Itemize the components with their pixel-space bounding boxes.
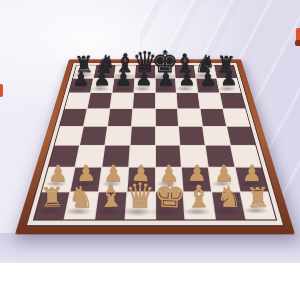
piece-white-rook[interactable]: ♜ xyxy=(246,185,270,212)
photo-scene: ♜♞♝♛♚♝♞♜♟♟♟♟♟♟♟♟♟♟♟♟♟♟♟♟♜♞♝♛♚♝♞♜ xyxy=(0,0,300,300)
pieces-layer: ♜♞♝♛♚♝♞♜♟♟♟♟♟♟♟♟♟♟♟♟♟♟♟♟♜♞♝♛♚♝♞♜ xyxy=(0,0,300,300)
king-glyph: ♚ xyxy=(153,176,187,213)
bishop-glyph: ♝ xyxy=(185,182,213,213)
piece-black-pawn[interactable]: ♟ xyxy=(220,69,238,89)
piece-white-knight[interactable]: ♞ xyxy=(68,183,94,212)
piece-white-bishop[interactable]: ♝ xyxy=(97,182,124,212)
pawn-glyph: ♟ xyxy=(178,69,196,89)
piece-black-pawn[interactable]: ♟ xyxy=(114,69,132,89)
piece-white-bishop[interactable]: ♝ xyxy=(186,182,213,212)
knight-glyph: ♞ xyxy=(216,182,243,212)
piece-white-knight[interactable]: ♞ xyxy=(216,183,242,212)
piece-black-pawn[interactable]: ♟ xyxy=(93,69,111,89)
piece-black-pawn[interactable]: ♟ xyxy=(178,69,196,89)
piece-black-pawn[interactable]: ♟ xyxy=(199,69,217,89)
pawn-glyph: ♟ xyxy=(72,69,90,89)
pawn-glyph: ♟ xyxy=(156,69,174,89)
bishop-glyph: ♝ xyxy=(97,181,125,212)
pawn-glyph: ♟ xyxy=(114,69,132,89)
piece-white-rook[interactable]: ♜ xyxy=(40,185,64,212)
pawn-glyph: ♟ xyxy=(199,69,217,89)
knight-glyph: ♞ xyxy=(68,182,95,212)
rook-glyph: ♜ xyxy=(39,184,64,211)
piece-black-pawn[interactable]: ♟ xyxy=(136,69,154,89)
pawn-glyph: ♟ xyxy=(220,69,238,89)
piece-black-pawn[interactable]: ♟ xyxy=(72,69,90,89)
piece-white-king[interactable]: ♚ xyxy=(154,177,186,213)
piece-black-pawn[interactable]: ♟ xyxy=(157,69,175,89)
rook-glyph: ♜ xyxy=(246,184,271,212)
queen-glyph: ♛ xyxy=(125,179,155,213)
pawn-glyph: ♟ xyxy=(93,69,111,89)
piece-white-queen[interactable]: ♛ xyxy=(125,179,155,213)
pawn-glyph: ♟ xyxy=(135,69,153,89)
